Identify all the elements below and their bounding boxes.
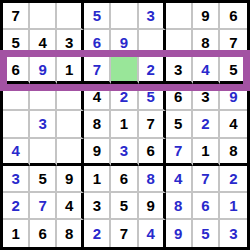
cell-r5c4[interactable]: 8 <box>84 111 111 138</box>
cell-r9c3[interactable]: 8 <box>57 220 84 247</box>
cell-r7c8[interactable]: 7 <box>193 166 220 193</box>
cell-r4c4[interactable]: 4 <box>84 84 111 111</box>
cell-r8c5[interactable]: 5 <box>111 193 138 220</box>
cell-r6c2[interactable] <box>30 139 57 166</box>
cell-r5c5[interactable]: 1 <box>111 111 138 138</box>
cell-r5c7[interactable]: 5 <box>166 111 193 138</box>
cell-r3c4[interactable]: 7 <box>84 57 111 84</box>
cell-r6c8[interactable]: 1 <box>193 139 220 166</box>
cell-r7c9[interactable]: 2 <box>220 166 247 193</box>
cell-r7c3[interactable]: 9 <box>57 166 84 193</box>
cell-r4c3[interactable] <box>57 84 84 111</box>
cell-r8c9[interactable]: 1 <box>220 193 247 220</box>
cell-r8c1[interactable]: 2 <box>3 193 30 220</box>
cell-r5c3[interactable] <box>57 111 84 138</box>
cell-r2c2[interactable]: 4 <box>30 30 57 57</box>
cell-r2c6[interactable] <box>139 30 166 57</box>
cell-r8c2[interactable]: 7 <box>30 193 57 220</box>
cell-r1c6[interactable]: 3 <box>139 3 166 30</box>
cell-r9c7[interactable]: 9 <box>166 220 193 247</box>
cell-r5c1[interactable] <box>3 111 30 138</box>
cell-r1c3[interactable] <box>57 3 84 30</box>
cell-r3c6[interactable]: 2 <box>139 57 166 84</box>
cell-r6c9[interactable]: 8 <box>220 139 247 166</box>
cell-r2c9[interactable]: 7 <box>220 30 247 57</box>
cell-r8c4[interactable]: 3 <box>84 193 111 220</box>
cell-r2c7[interactable] <box>166 30 193 57</box>
cell-r2c3[interactable]: 3 <box>57 30 84 57</box>
cell-r1c2[interactable] <box>30 3 57 30</box>
cell-r7c5[interactable]: 6 <box>111 166 138 193</box>
cell-r5c8[interactable]: 2 <box>193 111 220 138</box>
cell-r5c6[interactable]: 7 <box>139 111 166 138</box>
cell-r7c4[interactable]: 1 <box>84 166 111 193</box>
cell-r9c4[interactable]: 2 <box>84 220 111 247</box>
cell-r3c3[interactable]: 1 <box>57 57 84 84</box>
cell-r2c1[interactable]: 5 <box>3 30 30 57</box>
sudoku-board: 7539654369876917234542563938175244936718… <box>0 0 250 250</box>
cell-r1c9[interactable]: 6 <box>220 3 247 30</box>
cell-r8c6[interactable]: 9 <box>139 193 166 220</box>
cell-r1c5[interactable] <box>111 3 138 30</box>
cell-r7c1[interactable]: 3 <box>3 166 30 193</box>
cell-r8c7[interactable]: 8 <box>166 193 193 220</box>
cell-r8c3[interactable]: 4 <box>57 193 84 220</box>
cell-r4c1[interactable] <box>3 84 30 111</box>
cell-r3c8[interactable]: 4 <box>193 57 220 84</box>
cell-r6c7[interactable]: 7 <box>166 139 193 166</box>
cell-r3c7[interactable]: 3 <box>166 57 193 84</box>
cell-r1c4[interactable]: 5 <box>84 3 111 30</box>
cell-r6c1[interactable]: 4 <box>3 139 30 166</box>
cell-r1c7[interactable] <box>166 3 193 30</box>
cell-r7c7[interactable]: 4 <box>166 166 193 193</box>
cell-r2c8[interactable]: 8 <box>193 30 220 57</box>
cell-r9c5[interactable]: 7 <box>111 220 138 247</box>
cell-r9c6[interactable]: 4 <box>139 220 166 247</box>
cell-r3c1[interactable]: 6 <box>3 57 30 84</box>
cell-r9c9[interactable]: 3 <box>220 220 247 247</box>
cell-r4c6[interactable]: 5 <box>139 84 166 111</box>
cell-r4c2[interactable] <box>30 84 57 111</box>
cell-r4c8[interactable]: 3 <box>193 84 220 111</box>
cell-r2c5[interactable]: 9 <box>111 30 138 57</box>
cell-r3c9[interactable]: 5 <box>220 57 247 84</box>
cell-r3c2[interactable]: 9 <box>30 57 57 84</box>
cell-r4c5[interactable]: 2 <box>111 84 138 111</box>
cell-r7c2[interactable]: 5 <box>30 166 57 193</box>
cell-r2c4[interactable]: 6 <box>84 30 111 57</box>
cell-r4c9[interactable]: 9 <box>220 84 247 111</box>
cell-r3c5[interactable] <box>111 57 138 84</box>
cell-r1c1[interactable]: 7 <box>3 3 30 30</box>
cell-r9c8[interactable]: 5 <box>193 220 220 247</box>
cell-r6c5[interactable]: 3 <box>111 139 138 166</box>
cell-r9c1[interactable]: 1 <box>3 220 30 247</box>
cell-r9c2[interactable]: 6 <box>30 220 57 247</box>
cell-r6c4[interactable]: 9 <box>84 139 111 166</box>
cell-r5c9[interactable]: 4 <box>220 111 247 138</box>
cell-r5c2[interactable]: 3 <box>30 111 57 138</box>
cell-r6c6[interactable]: 6 <box>139 139 166 166</box>
cell-r6c3[interactable] <box>57 139 84 166</box>
cell-r1c8[interactable]: 9 <box>193 3 220 30</box>
cell-r7c6[interactable]: 8 <box>139 166 166 193</box>
cell-r4c7[interactable]: 6 <box>166 84 193 111</box>
cell-r8c8[interactable]: 6 <box>193 193 220 220</box>
